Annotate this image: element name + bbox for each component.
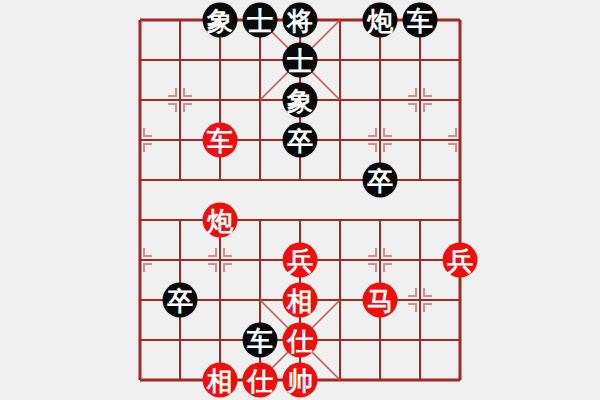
board-point-1-3[interactable] [160, 120, 200, 160]
board-point-7-4[interactable] [400, 160, 440, 200]
black-general-piece[interactable]: 将 [283, 3, 318, 38]
board-point-0-5[interactable] [120, 200, 160, 240]
red-soldier-piece[interactable]: 兵 [443, 243, 478, 278]
board-point-6-8[interactable] [360, 320, 400, 360]
board-point-3-5[interactable] [240, 200, 280, 240]
board-point-7-8[interactable] [400, 320, 440, 360]
board-point-5-8[interactable] [320, 320, 360, 360]
black-elephant-piece[interactable]: 象 [283, 83, 318, 118]
black-advisor-piece[interactable]: 士 [283, 43, 318, 78]
board-point-7-6[interactable] [400, 240, 440, 280]
board-point-6-2[interactable] [360, 80, 400, 120]
board-point-5-7[interactable] [320, 280, 360, 320]
board-point-3-0[interactable]: 士 [240, 0, 280, 40]
board-point-1-1[interactable] [160, 40, 200, 80]
board-point-8-9[interactable] [440, 360, 480, 400]
board-point-4-4[interactable] [280, 160, 320, 200]
board-point-0-6[interactable] [120, 240, 160, 280]
board-point-7-3[interactable] [400, 120, 440, 160]
board-point-8-2[interactable] [440, 80, 480, 120]
board-point-3-2[interactable] [240, 80, 280, 120]
board-point-4-2[interactable]: 象 [280, 80, 320, 120]
board-point-2-0[interactable]: 象 [200, 0, 240, 40]
board-point-7-9[interactable] [400, 360, 440, 400]
board-point-8-0[interactable] [440, 0, 480, 40]
board-point-5-9[interactable] [320, 360, 360, 400]
board-point-5-0[interactable] [320, 0, 360, 40]
board-point-6-6[interactable] [360, 240, 400, 280]
black-chariot-piece[interactable]: 车 [403, 3, 438, 38]
board-point-2-8[interactable] [200, 320, 240, 360]
red-elephant-piece[interactable]: 相 [283, 283, 318, 318]
board-point-7-5[interactable] [400, 200, 440, 240]
board-point-3-3[interactable] [240, 120, 280, 160]
board-point-3-8[interactable]: 车 [240, 320, 280, 360]
board-point-3-9[interactable]: 仕 [240, 360, 280, 400]
board-point-6-4[interactable]: 卒 [360, 160, 400, 200]
board-point-8-6[interactable]: 兵 [440, 240, 480, 280]
board-point-5-6[interactable] [320, 240, 360, 280]
board-point-3-6[interactable] [240, 240, 280, 280]
board-point-1-5[interactable] [160, 200, 200, 240]
board-point-8-3[interactable] [440, 120, 480, 160]
board-point-4-6[interactable]: 兵 [280, 240, 320, 280]
board-point-8-1[interactable] [440, 40, 480, 80]
board-point-1-2[interactable] [160, 80, 200, 120]
board-point-5-4[interactable] [320, 160, 360, 200]
red-horse-piece[interactable]: 马 [363, 283, 398, 318]
board-point-1-0[interactable] [160, 0, 200, 40]
board-point-4-1[interactable]: 士 [280, 40, 320, 80]
red-chariot-piece[interactable]: 车 [203, 123, 238, 158]
board-point-0-7[interactable] [120, 280, 160, 320]
board-point-5-5[interactable] [320, 200, 360, 240]
board-point-0-9[interactable] [120, 360, 160, 400]
board-point-8-4[interactable] [440, 160, 480, 200]
black-advisor-piece[interactable]: 士 [243, 3, 278, 38]
red-advisor-piece[interactable]: 仕 [243, 363, 278, 398]
board-point-8-7[interactable] [440, 280, 480, 320]
black-cannon-piece[interactable]: 炮 [363, 3, 398, 38]
board-point-7-0[interactable]: 车 [400, 0, 440, 40]
board-point-8-5[interactable] [440, 200, 480, 240]
board-point-2-2[interactable] [200, 80, 240, 120]
board-point-7-7[interactable] [400, 280, 440, 320]
board-point-2-4[interactable] [200, 160, 240, 200]
board-point-4-5[interactable] [280, 200, 320, 240]
board-point-1-4[interactable] [160, 160, 200, 200]
board-point-7-1[interactable] [400, 40, 440, 80]
board-point-0-4[interactable] [120, 160, 160, 200]
red-cannon-piece[interactable]: 炮 [203, 203, 238, 238]
xiangqi-app: 象士将炮车士象车卒卒炮兵兵卒相马车仕相仕帅 [0, 0, 600, 400]
board-point-4-7[interactable]: 相 [280, 280, 320, 320]
black-elephant-piece[interactable]: 象 [203, 3, 238, 38]
board-point-6-1[interactable] [360, 40, 400, 80]
board-point-4-9[interactable]: 帅 [280, 360, 320, 400]
board-point-1-7[interactable]: 卒 [160, 280, 200, 320]
board-point-4-3[interactable]: 卒 [280, 120, 320, 160]
board-point-4-8[interactable]: 仕 [280, 320, 320, 360]
black-chariot-piece[interactable]: 车 [243, 323, 278, 358]
red-general-piece[interactable]: 帅 [283, 363, 318, 398]
board-point-2-5[interactable]: 炮 [200, 200, 240, 240]
board-point-1-8[interactable] [160, 320, 200, 360]
board-point-0-1[interactable] [120, 40, 160, 80]
red-advisor-piece[interactable]: 仕 [283, 323, 318, 358]
board-point-3-1[interactable] [240, 40, 280, 80]
board-point-5-1[interactable] [320, 40, 360, 80]
board-point-5-2[interactable] [320, 80, 360, 120]
board-point-6-0[interactable]: 炮 [360, 0, 400, 40]
board-point-0-0[interactable] [120, 0, 160, 40]
board-point-2-1[interactable] [200, 40, 240, 80]
board-point-1-9[interactable] [160, 360, 200, 400]
board-point-7-2[interactable] [400, 80, 440, 120]
board-point-4-0[interactable]: 将 [280, 0, 320, 40]
board-point-2-7[interactable] [200, 280, 240, 320]
board-point-0-3[interactable] [120, 120, 160, 160]
red-soldier-piece[interactable]: 兵 [283, 243, 318, 278]
board-point-0-2[interactable] [120, 80, 160, 120]
board-point-1-6[interactable] [160, 240, 200, 280]
black-soldier-piece[interactable]: 卒 [283, 123, 318, 158]
board-point-3-7[interactable] [240, 280, 280, 320]
black-soldier-piece[interactable]: 卒 [163, 283, 198, 318]
board-point-6-9[interactable] [360, 360, 400, 400]
board-point-2-3[interactable]: 车 [200, 120, 240, 160]
black-soldier-piece[interactable]: 卒 [363, 163, 398, 198]
board-point-2-6[interactable] [200, 240, 240, 280]
board-point-5-3[interactable] [320, 120, 360, 160]
board-point-6-3[interactable] [360, 120, 400, 160]
board-points: 象士将炮车士象车卒卒炮兵兵卒相马车仕相仕帅 [120, 0, 480, 400]
board-point-8-8[interactable] [440, 320, 480, 360]
board-point-0-8[interactable] [120, 320, 160, 360]
board-point-6-7[interactable]: 马 [360, 280, 400, 320]
board-point-2-9[interactable]: 相 [200, 360, 240, 400]
red-elephant-piece[interactable]: 相 [203, 363, 238, 398]
board-point-3-4[interactable] [240, 160, 280, 200]
board-point-6-5[interactable] [360, 200, 400, 240]
xiangqi-board: 象士将炮车士象车卒卒炮兵兵卒相马车仕相仕帅 [120, 0, 480, 400]
